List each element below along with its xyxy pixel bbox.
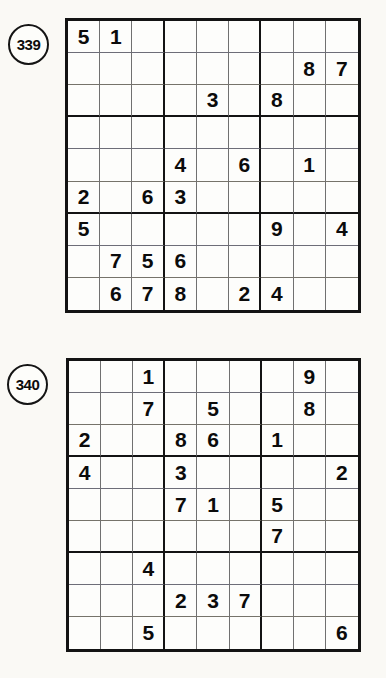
puzzle-340-cell-r7c3[interactable]: 4 — [133, 553, 165, 585]
puzzle-339-cell-r1c9[interactable] — [326, 21, 358, 53]
sudoku-board-340: 1975828614327157423756 — [66, 358, 361, 652]
puzzle-339-cell-r9c9[interactable] — [326, 278, 358, 310]
puzzle-339-cell-r6c9[interactable] — [326, 182, 358, 214]
puzzle-339-cell-r3c2[interactable] — [100, 85, 132, 117]
puzzle-339-cell-r8c1[interactable] — [68, 246, 100, 278]
puzzle-339-cell-r6c2[interactable] — [100, 182, 132, 214]
puzzle-340-cell-r6c3[interactable] — [133, 521, 165, 553]
puzzle-340-cell-r6c2[interactable] — [101, 521, 133, 553]
puzzle-340-cell-r9c2[interactable] — [101, 617, 133, 649]
puzzle-339-cell-r1c8[interactable] — [294, 21, 326, 53]
puzzle-340-cell-r7c6[interactable] — [230, 553, 262, 585]
puzzle-340-cell-r3c1[interactable]: 2 — [69, 425, 101, 457]
puzzle-340-cell-r1c8[interactable]: 9 — [294, 361, 326, 393]
puzzle-339-cell-r3c3[interactable] — [132, 85, 164, 117]
puzzle-339-cell-r1c2[interactable]: 1 — [100, 21, 132, 53]
puzzle-number-339: 339 — [17, 36, 41, 53]
puzzle-340-cell-r2c3[interactable]: 7 — [133, 393, 165, 425]
puzzle-340-cell-r8c9[interactable] — [326, 585, 358, 617]
puzzle-340-cell-r3c3[interactable] — [133, 425, 165, 457]
puzzle-340-cell-r9c3[interactable]: 5 — [133, 617, 165, 649]
puzzle-340-cell-r8c7[interactable] — [262, 585, 294, 617]
puzzle-339-cell-r3c8[interactable] — [294, 85, 326, 117]
puzzle-340-cell-r1c5[interactable] — [197, 361, 229, 393]
puzzle-340-cell-r4c2[interactable] — [101, 457, 133, 489]
puzzle-339-cell-r9c7[interactable]: 4 — [261, 278, 293, 310]
puzzle-340-cell-r5c2[interactable] — [101, 489, 133, 521]
puzzle-340-cell-r7c1[interactable] — [69, 553, 101, 585]
puzzle-339-cell-r8c4[interactable]: 6 — [165, 246, 197, 278]
puzzle-340-cell-r2c1[interactable] — [69, 393, 101, 425]
puzzle-340-cell-r1c3[interactable]: 1 — [133, 361, 165, 393]
puzzle-340-cell-r9c4[interactable] — [165, 617, 197, 649]
puzzle-339-cell-r5c8[interactable]: 1 — [294, 149, 326, 181]
puzzle-340-cell-r9c7[interactable] — [262, 617, 294, 649]
puzzle-339-cell-r5c6[interactable]: 6 — [229, 149, 261, 181]
puzzle-340-cell-r6c4[interactable] — [165, 521, 197, 553]
puzzle-339-cell-r2c6[interactable] — [229, 53, 261, 85]
puzzle-339-cell-r8c8[interactable] — [294, 246, 326, 278]
puzzle-339-cell-r2c1[interactable] — [68, 53, 100, 85]
puzzle-339-cell-r4c6[interactable] — [229, 117, 261, 149]
puzzle-339-cell-r8c5[interactable] — [197, 246, 229, 278]
puzzle-339-cell-r7c3[interactable] — [132, 214, 164, 246]
puzzle-339-cell-r6c4[interactable]: 3 — [165, 182, 197, 214]
puzzle-page: 339 51873846126359475667824 340 19758286… — [0, 0, 386, 678]
puzzle-340-cell-r1c2[interactable] — [101, 361, 133, 393]
puzzle-340-cell-r5c6[interactable] — [230, 489, 262, 521]
puzzle-339-cell-r2c8[interactable]: 8 — [294, 53, 326, 85]
puzzle-340-cell-r5c4[interactable]: 7 — [165, 489, 197, 521]
puzzle-339-cell-r8c2[interactable]: 7 — [100, 246, 132, 278]
puzzle-339-cell-r7c5[interactable] — [197, 214, 229, 246]
puzzle-339-cell-r2c9[interactable]: 7 — [326, 53, 358, 85]
puzzle-339-cell-r7c9[interactable]: 4 — [326, 214, 358, 246]
puzzle-339-cell-r2c2[interactable] — [100, 53, 132, 85]
puzzle-340-cell-r4c6[interactable] — [230, 457, 262, 489]
puzzle-339-cell-r4c8[interactable] — [294, 117, 326, 149]
puzzle-340-cell-r3c5[interactable]: 6 — [197, 425, 229, 457]
puzzle-339-cell-r9c8[interactable] — [294, 278, 326, 310]
puzzle-339-cell-r9c1[interactable] — [68, 278, 100, 310]
puzzle-339-cell-r6c5[interactable] — [197, 182, 229, 214]
puzzle-340-cell-r7c2[interactable] — [101, 553, 133, 585]
puzzle-340-cell-r8c3[interactable] — [133, 585, 165, 617]
puzzle-340-cell-r4c1[interactable]: 4 — [69, 457, 101, 489]
puzzle-340-cell-r5c9[interactable] — [326, 489, 358, 521]
puzzle-339-cell-r3c1[interactable] — [68, 85, 100, 117]
puzzle-339-cell-r7c2[interactable] — [100, 214, 132, 246]
puzzle-339-cell-r7c8[interactable] — [294, 214, 326, 246]
puzzle-340-cell-r3c4[interactable]: 8 — [165, 425, 197, 457]
puzzle-340-cell-r6c8[interactable] — [294, 521, 326, 553]
puzzle-340-cell-r8c4[interactable]: 2 — [165, 585, 197, 617]
puzzle-340-cell-r9c9[interactable]: 6 — [326, 617, 358, 649]
puzzle-340-cell-r4c3[interactable] — [133, 457, 165, 489]
puzzle-339-cell-r7c7[interactable]: 9 — [261, 214, 293, 246]
puzzle-340-cell-r2c8[interactable]: 8 — [294, 393, 326, 425]
puzzle-340-cell-r4c7[interactable] — [262, 457, 294, 489]
puzzle-339-cell-r4c4[interactable] — [165, 117, 197, 149]
sudoku-board-339: 51873846126359475667824 — [65, 18, 361, 313]
puzzle-340-cell-r6c5[interactable] — [197, 521, 229, 553]
puzzle-339-cell-r5c9[interactable] — [326, 149, 358, 181]
puzzle-339-cell-r4c1[interactable] — [68, 117, 100, 149]
puzzle-339-cell-r4c5[interactable] — [197, 117, 229, 149]
puzzle-339-cell-r5c5[interactable] — [197, 149, 229, 181]
puzzle-339-cell-r2c4[interactable] — [165, 53, 197, 85]
puzzle-339-cell-r6c6[interactable] — [229, 182, 261, 214]
puzzle-340-cell-r8c8[interactable] — [294, 585, 326, 617]
puzzle-number-340: 340 — [16, 376, 40, 393]
puzzle-339-cell-r6c3[interactable]: 6 — [132, 182, 164, 214]
puzzle-340-cell-r8c1[interactable] — [69, 585, 101, 617]
puzzle-340-cell-r8c2[interactable] — [101, 585, 133, 617]
puzzle-339-cell-r9c2[interactable]: 6 — [100, 278, 132, 310]
puzzle-339-cell-r4c9[interactable] — [326, 117, 358, 149]
puzzle-340-cell-r8c6[interactable]: 7 — [230, 585, 262, 617]
puzzle-340-cell-r9c6[interactable] — [230, 617, 262, 649]
puzzle-339-cell-r7c1[interactable]: 5 — [68, 214, 100, 246]
puzzle-340-cell-r9c8[interactable] — [294, 617, 326, 649]
puzzle-340-cell-r7c9[interactable] — [326, 553, 358, 585]
puzzle-339-cell-r7c6[interactable] — [229, 214, 261, 246]
puzzle-340-cell-r7c4[interactable] — [165, 553, 197, 585]
puzzle-340-cell-r5c5[interactable]: 1 — [197, 489, 229, 521]
puzzle-340-cell-r3c6[interactable] — [230, 425, 262, 457]
puzzle-340-cell-r6c6[interactable] — [230, 521, 262, 553]
puzzle-339-cell-r5c1[interactable] — [68, 149, 100, 181]
puzzle-339-cell-r8c3[interactable]: 5 — [132, 246, 164, 278]
puzzle-340-cell-r4c8[interactable] — [294, 457, 326, 489]
puzzle-340-cell-r2c6[interactable] — [230, 393, 262, 425]
puzzle-340-cell-r8c5[interactable]: 3 — [197, 585, 229, 617]
puzzle-340-cell-r5c8[interactable] — [294, 489, 326, 521]
puzzle-339-cell-r2c5[interactable] — [197, 53, 229, 85]
puzzle-340-cell-r1c6[interactable] — [230, 361, 262, 393]
puzzle-339-cell-r2c7[interactable] — [261, 53, 293, 85]
puzzle-340-cell-r2c9[interactable] — [326, 393, 358, 425]
puzzle-340-cell-r9c1[interactable] — [69, 617, 101, 649]
puzzle-340-cell-r6c1[interactable] — [69, 521, 101, 553]
puzzle-340-cell-r7c7[interactable] — [262, 553, 294, 585]
puzzle-339-cell-r5c7[interactable] — [261, 149, 293, 181]
puzzle-339-cell-r8c7[interactable] — [261, 246, 293, 278]
puzzle-339-cell-r6c1[interactable]: 2 — [68, 182, 100, 214]
puzzle-339-cell-r6c7[interactable] — [261, 182, 293, 214]
puzzle-340-cell-r3c2[interactable] — [101, 425, 133, 457]
puzzle-340-cell-r2c7[interactable] — [262, 393, 294, 425]
puzzle-340-cell-r1c9[interactable] — [326, 361, 358, 393]
puzzle-340-cell-r4c9[interactable]: 2 — [326, 457, 358, 489]
puzzle-340-cell-r7c8[interactable] — [294, 553, 326, 585]
puzzle-339-cell-r1c3[interactable] — [132, 21, 164, 53]
puzzle-340-cell-r5c1[interactable] — [69, 489, 101, 521]
puzzle-340-cell-r1c1[interactable] — [69, 361, 101, 393]
puzzle-339-cell-r8c6[interactable] — [229, 246, 261, 278]
puzzle-340-cell-r2c5[interactable]: 5 — [197, 393, 229, 425]
puzzle-339-cell-r1c7[interactable] — [261, 21, 293, 53]
puzzle-340-cell-r3c7[interactable]: 1 — [262, 425, 294, 457]
puzzle-339-cell-r3c5[interactable]: 3 — [197, 85, 229, 117]
puzzle-339-cell-r3c6[interactable] — [229, 85, 261, 117]
puzzle-339-cell-r4c7[interactable] — [261, 117, 293, 149]
puzzle-340-cell-r4c4[interactable]: 3 — [165, 457, 197, 489]
puzzle-339-cell-r1c5[interactable] — [197, 21, 229, 53]
puzzle-339-cell-r3c7[interactable]: 8 — [261, 85, 293, 117]
puzzle-339-cell-r5c3[interactable] — [132, 149, 164, 181]
puzzle-339-cell-r6c8[interactable] — [294, 182, 326, 214]
puzzle-339-cell-r1c1[interactable]: 5 — [68, 21, 100, 53]
puzzle-339-cell-r3c9[interactable] — [326, 85, 358, 117]
puzzle-339-cell-r5c2[interactable] — [100, 149, 132, 181]
puzzle-339-cell-r4c3[interactable] — [132, 117, 164, 149]
puzzle-340-cell-r6c7[interactable]: 7 — [262, 521, 294, 553]
puzzle-340-cell-r9c5[interactable] — [197, 617, 229, 649]
puzzle-number-badge-339: 339 — [8, 24, 49, 65]
puzzle-340-cell-r3c8[interactable] — [294, 425, 326, 457]
puzzle-339-cell-r9c6[interactable]: 2 — [229, 278, 261, 310]
puzzle-340-cell-r5c3[interactable] — [133, 489, 165, 521]
puzzle-339-cell-r4c2[interactable] — [100, 117, 132, 149]
puzzle-340-cell-r3c9[interactable] — [326, 425, 358, 457]
puzzle-339-cell-r8c9[interactable] — [326, 246, 358, 278]
puzzle-339-cell-r9c5[interactable] — [197, 278, 229, 310]
puzzle-339-cell-r7c4[interactable] — [165, 214, 197, 246]
puzzle-340-cell-r1c4[interactable] — [165, 361, 197, 393]
puzzle-340-cell-r4c5[interactable] — [197, 457, 229, 489]
puzzle-339-cell-r3c4[interactable] — [165, 85, 197, 117]
puzzle-number-badge-340: 340 — [7, 364, 48, 405]
puzzle-339-cell-r2c3[interactable] — [132, 53, 164, 85]
puzzle-340-cell-r2c4[interactable] — [165, 393, 197, 425]
puzzle-340-cell-r5c7[interactable]: 5 — [262, 489, 294, 521]
puzzle-340-cell-r2c2[interactable] — [101, 393, 133, 425]
puzzle-339-cell-r1c4[interactable] — [165, 21, 197, 53]
puzzle-339-cell-r1c6[interactable] — [229, 21, 261, 53]
puzzle-340-cell-r6c9[interactable] — [326, 521, 358, 553]
puzzle-340-cell-r1c7[interactable] — [262, 361, 294, 393]
puzzle-339-cell-r9c4[interactable]: 8 — [165, 278, 197, 310]
puzzle-339-cell-r9c3[interactable]: 7 — [132, 278, 164, 310]
puzzle-339-cell-r5c4[interactable]: 4 — [165, 149, 197, 181]
puzzle-340-cell-r7c5[interactable] — [197, 553, 229, 585]
